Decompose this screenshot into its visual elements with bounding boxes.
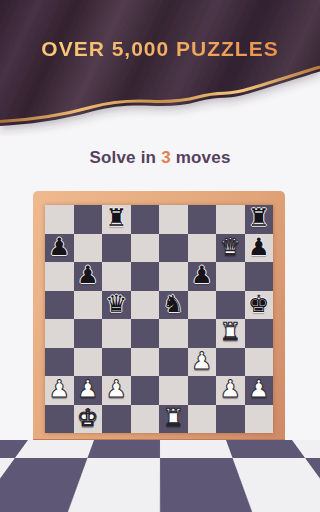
square-d1[interactable] — [131, 405, 160, 434]
white-rook: ♜ — [162, 406, 184, 430]
white-pawn: ♟ — [248, 377, 270, 401]
square-g6[interactable] — [216, 262, 245, 291]
square-f5[interactable] — [188, 291, 217, 320]
square-f8[interactable] — [188, 205, 217, 234]
white-pawn: ♟ — [48, 377, 70, 401]
square-e7[interactable] — [159, 234, 188, 263]
black-rook: ♜ — [105, 206, 127, 230]
square-c7[interactable] — [102, 234, 131, 263]
banner-fabric — [0, 0, 320, 136]
square-h2[interactable]: ♟ — [245, 376, 274, 405]
square-a6[interactable] — [45, 262, 74, 291]
banner-title: OVER 5,000 PUZZLES — [0, 37, 320, 61]
black-knight: ♞ — [162, 292, 184, 316]
white-pawn: ♟ — [219, 377, 241, 401]
square-b3[interactable] — [74, 348, 103, 377]
square-c1[interactable] — [102, 405, 131, 434]
square-e5[interactable]: ♞ — [159, 291, 188, 320]
square-g1[interactable] — [216, 405, 245, 434]
subtitle-suffix: moves — [171, 148, 231, 167]
white-king: ♚ — [77, 406, 99, 430]
black-queen: ♛ — [105, 292, 127, 316]
square-b5[interactable] — [74, 291, 103, 320]
white-pawn: ♟ — [105, 377, 127, 401]
square-d8[interactable] — [131, 205, 160, 234]
square-f4[interactable] — [188, 319, 217, 348]
square-f6[interactable]: ♟ — [188, 262, 217, 291]
square-d5[interactable] — [131, 291, 160, 320]
white-pawn: ♟ — [77, 377, 99, 401]
square-b2[interactable]: ♟ — [74, 376, 103, 405]
square-e6[interactable] — [159, 262, 188, 291]
square-h8[interactable]: ♜ — [245, 205, 274, 234]
square-d2[interactable] — [131, 376, 160, 405]
board-frame-edge — [33, 439, 285, 447]
square-d4[interactable] — [131, 319, 160, 348]
black-king: ♚ — [248, 292, 270, 316]
square-e8[interactable] — [159, 205, 188, 234]
square-a8[interactable] — [45, 205, 74, 234]
square-f2[interactable] — [188, 376, 217, 405]
chess-board-frame: ♜♜♟♛♟♟♟♛♞♚♜♟♟♟♟♟♟♚♜ — [33, 191, 285, 439]
square-h1[interactable] — [245, 405, 274, 434]
square-c4[interactable] — [102, 319, 131, 348]
square-d7[interactable] — [131, 234, 160, 263]
square-b1[interactable]: ♚ — [74, 405, 103, 434]
square-g3[interactable] — [216, 348, 245, 377]
square-b6[interactable]: ♟ — [74, 262, 103, 291]
square-a2[interactable]: ♟ — [45, 376, 74, 405]
square-a5[interactable] — [45, 291, 74, 320]
square-c3[interactable] — [102, 348, 131, 377]
white-queen: ♛ — [219, 235, 241, 259]
square-e3[interactable] — [159, 348, 188, 377]
white-rook: ♜ — [219, 320, 241, 344]
black-pawn: ♟ — [191, 263, 213, 287]
square-b8[interactable] — [74, 205, 103, 234]
square-d3[interactable] — [131, 348, 160, 377]
square-h6[interactable] — [245, 262, 274, 291]
square-g4[interactable]: ♜ — [216, 319, 245, 348]
white-pawn: ♟ — [191, 349, 213, 373]
square-c8[interactable]: ♜ — [102, 205, 131, 234]
square-g5[interactable] — [216, 291, 245, 320]
square-c5[interactable]: ♛ — [102, 291, 131, 320]
square-e1[interactable]: ♜ — [159, 405, 188, 434]
square-e4[interactable] — [159, 319, 188, 348]
subtitle-prefix: Solve in — [89, 148, 161, 167]
square-a3[interactable] — [45, 348, 74, 377]
square-h5[interactable]: ♚ — [245, 291, 274, 320]
black-pawn: ♟ — [248, 235, 270, 259]
square-a4[interactable] — [45, 319, 74, 348]
fabric-drape — [0, 0, 320, 126]
square-h4[interactable] — [245, 319, 274, 348]
square-g8[interactable] — [216, 205, 245, 234]
square-e2[interactable] — [159, 376, 188, 405]
square-f7[interactable] — [188, 234, 217, 263]
square-c2[interactable]: ♟ — [102, 376, 131, 405]
square-b4[interactable] — [74, 319, 103, 348]
square-c6[interactable] — [102, 262, 131, 291]
square-h7[interactable]: ♟ — [245, 234, 274, 263]
black-pawn: ♟ — [77, 263, 99, 287]
chess-board: ♜♜♟♛♟♟♟♛♞♚♜♟♟♟♟♟♟♚♜ — [45, 205, 273, 433]
puzzle-subtitle: Solve in 3 moves — [0, 147, 320, 169]
black-pawn: ♟ — [48, 235, 70, 259]
square-g2[interactable]: ♟ — [216, 376, 245, 405]
app-screen: OVER 5,000 PUZZLES Solve in 3 moves ♜♜♟♛… — [0, 0, 320, 512]
black-rook: ♜ — [248, 206, 270, 230]
square-h3[interactable] — [245, 348, 274, 377]
square-a1[interactable] — [45, 405, 74, 434]
square-a7[interactable]: ♟ — [45, 234, 74, 263]
square-g7[interactable]: ♛ — [216, 234, 245, 263]
square-b7[interactable] — [74, 234, 103, 263]
square-d6[interactable] — [131, 262, 160, 291]
square-f3[interactable]: ♟ — [188, 348, 217, 377]
square-f1[interactable] — [188, 405, 217, 434]
subtitle-move-count: 3 — [161, 148, 171, 167]
